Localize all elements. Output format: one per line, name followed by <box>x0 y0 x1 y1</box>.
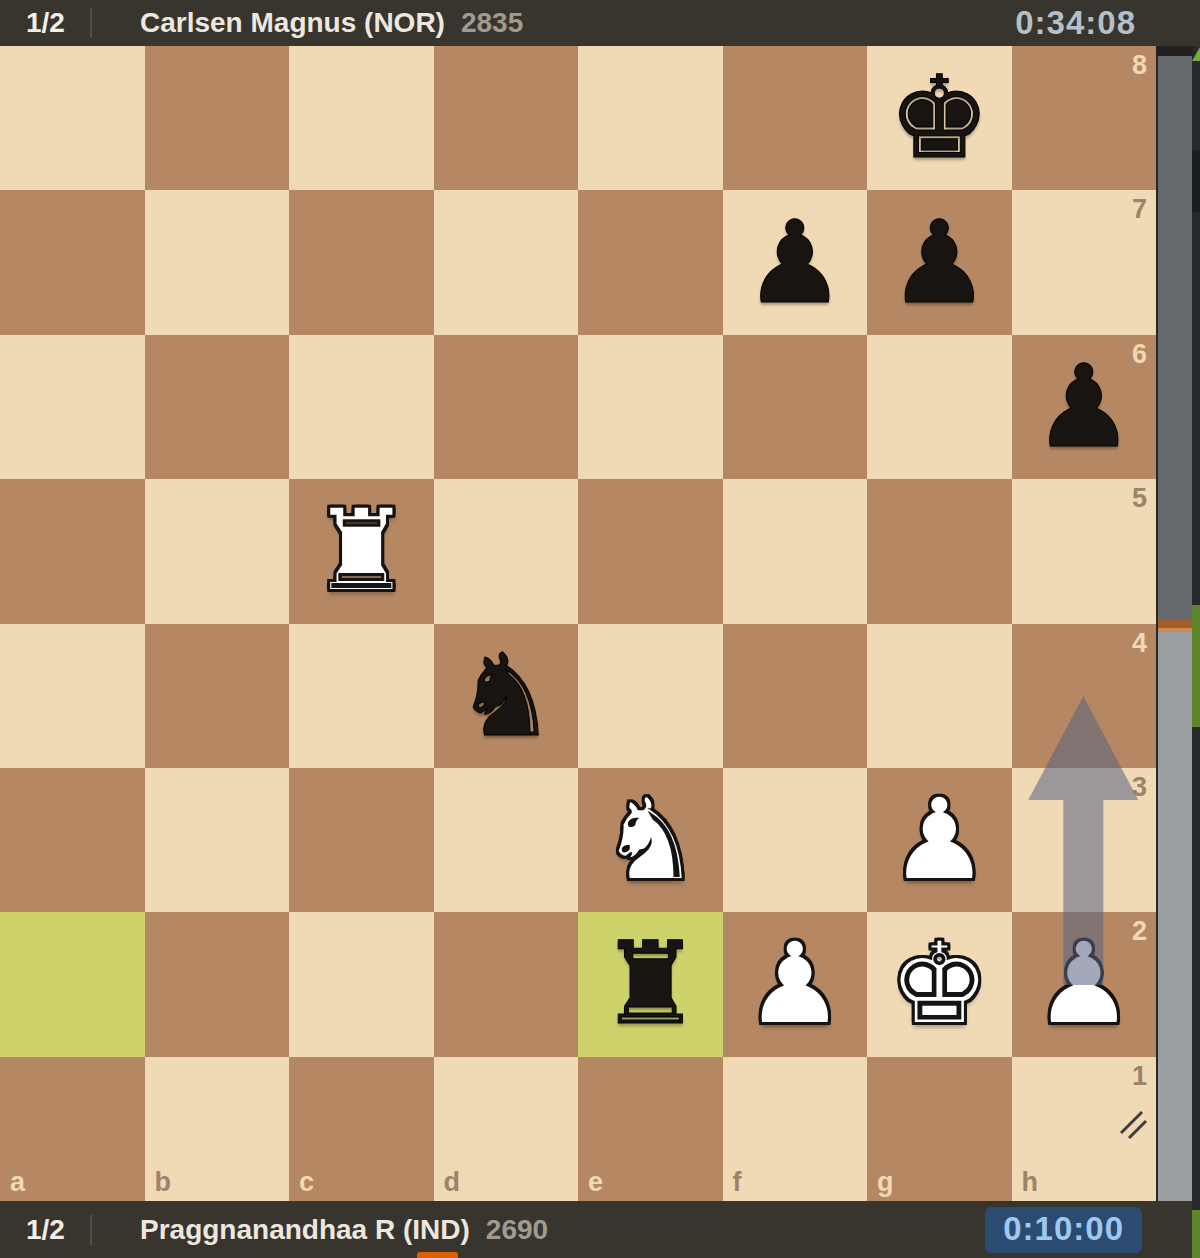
rank-label-1: 1 <box>1132 1063 1147 1090</box>
square-c2[interactable] <box>289 912 434 1056</box>
square-d1[interactable]: d <box>434 1057 579 1201</box>
file-label-g: g <box>877 1169 894 1196</box>
square-e5[interactable] <box>578 479 723 623</box>
board-grid: ♚8♟♟76♟♜5♞4♞♟3♜♟♚2♟abcdefg1h <box>0 46 1156 1201</box>
square-g4[interactable] <box>867 624 1012 768</box>
piece-black-pawn[interactable]: ♟ <box>1012 335 1157 479</box>
square-a7[interactable] <box>0 190 145 334</box>
square-f7[interactable]: ♟ <box>723 190 868 334</box>
piece-black-pawn[interactable]: ♟ <box>867 190 1012 334</box>
piece-white-knight[interactable]: ♞ <box>578 768 723 912</box>
piece-white-rook[interactable]: ♜ <box>289 479 434 623</box>
file-label-f: f <box>733 1169 742 1196</box>
piece-black-pawn[interactable]: ♟ <box>723 190 868 334</box>
square-e3[interactable]: ♞ <box>578 768 723 912</box>
square-e6[interactable] <box>578 335 723 479</box>
bottom-player-bar: 1/2 Praggnanandhaa R (IND) 2690 0:10:00 <box>0 1201 1200 1258</box>
square-g8[interactable]: ♚ <box>867 46 1012 190</box>
square-c3[interactable] <box>289 768 434 912</box>
square-b3[interactable] <box>145 768 290 912</box>
piece-black-rook[interactable]: ♜ <box>578 912 723 1056</box>
file-label-b: b <box>155 1169 172 1196</box>
square-c6[interactable] <box>289 335 434 479</box>
square-f4[interactable] <box>723 624 868 768</box>
scrollbar-thumb[interactable] <box>1192 150 1200 212</box>
square-a1[interactable]: a <box>0 1057 145 1201</box>
square-e8[interactable] <box>578 46 723 190</box>
square-f8[interactable] <box>723 46 868 190</box>
bottom-player-score: 1/2 <box>0 1214 90 1246</box>
progress-marker[interactable] <box>1158 620 1194 632</box>
square-f1[interactable]: f <box>723 1057 868 1201</box>
bar-divider <box>90 1215 92 1245</box>
square-b8[interactable] <box>145 46 290 190</box>
top-player-name: Carlsen Magnus (NOR) <box>140 7 445 39</box>
chess-board: ♚8♟♟76♟♜5♞4♞♟3♜♟♚2♟abcdefg1h <box>0 46 1156 1201</box>
square-a4[interactable] <box>0 624 145 768</box>
square-f6[interactable] <box>723 335 868 479</box>
corner-green-triangle-icon <box>1192 47 1200 61</box>
square-d5[interactable] <box>434 479 579 623</box>
active-tab-indicator <box>417 1252 458 1258</box>
square-d8[interactable] <box>434 46 579 190</box>
square-a8[interactable] <box>0 46 145 190</box>
square-h2[interactable]: 2♟ <box>1012 912 1157 1056</box>
top-player-score: 1/2 <box>0 7 90 39</box>
piece-black-king[interactable]: ♚ <box>867 46 1012 190</box>
square-b2[interactable] <box>145 912 290 1056</box>
square-a5[interactable] <box>0 479 145 623</box>
square-a6[interactable] <box>0 335 145 479</box>
square-b5[interactable] <box>145 479 290 623</box>
square-d4[interactable]: ♞ <box>434 624 579 768</box>
square-f5[interactable] <box>723 479 868 623</box>
file-label-d: d <box>444 1169 461 1196</box>
piece-white-pawn[interactable]: ♟ <box>1012 912 1157 1056</box>
rank-label-4: 4 <box>1132 630 1147 657</box>
side-panel-strip <box>1156 46 1194 1201</box>
file-label-e: e <box>588 1169 603 1196</box>
square-b4[interactable] <box>145 624 290 768</box>
bottom-player-name: Praggnanandhaa R (IND) <box>140 1214 470 1246</box>
square-b1[interactable]: b <box>145 1057 290 1201</box>
square-d2[interactable] <box>434 912 579 1056</box>
piece-white-king[interactable]: ♚ <box>867 912 1012 1056</box>
square-g7[interactable]: ♟ <box>867 190 1012 334</box>
right-edge-strip <box>1192 46 1200 1258</box>
square-g3[interactable]: ♟ <box>867 768 1012 912</box>
square-d3[interactable] <box>434 768 579 912</box>
rank-label-3: 3 <box>1132 774 1147 801</box>
square-c5[interactable]: ♜ <box>289 479 434 623</box>
square-h7[interactable]: 7 <box>1012 190 1157 334</box>
square-h3[interactable]: 3 <box>1012 768 1157 912</box>
square-g1[interactable]: g <box>867 1057 1012 1201</box>
bar-divider <box>90 8 92 38</box>
rank-label-5: 5 <box>1132 485 1147 512</box>
bottom-player-clock: 0:10:00 <box>985 1207 1142 1253</box>
square-h5[interactable]: 5 <box>1012 479 1157 623</box>
bottom-player-rating: 2690 <box>486 1214 548 1246</box>
piece-white-pawn[interactable]: ♟ <box>867 768 1012 912</box>
square-g5[interactable] <box>867 479 1012 623</box>
square-f3[interactable] <box>723 768 868 912</box>
file-label-a: a <box>10 1169 25 1196</box>
square-d7[interactable] <box>434 190 579 334</box>
top-player-clock: 0:34:08 <box>1015 4 1136 42</box>
edge-green-segment <box>1192 605 1200 727</box>
top-player-rating: 2835 <box>461 7 523 39</box>
corner-notch <box>1156 46 1193 56</box>
square-e7[interactable] <box>578 190 723 334</box>
square-b6[interactable] <box>145 335 290 479</box>
square-h8[interactable]: 8 <box>1012 46 1157 190</box>
piece-black-knight[interactable]: ♞ <box>434 624 579 768</box>
square-g2[interactable]: ♚ <box>867 912 1012 1056</box>
square-c8[interactable] <box>289 46 434 190</box>
square-h4[interactable]: 4 <box>1012 624 1157 768</box>
square-a2[interactable] <box>0 912 145 1056</box>
square-d6[interactable] <box>434 335 579 479</box>
gauge-upper-section <box>1158 46 1194 620</box>
square-f2[interactable]: ♟ <box>723 912 868 1056</box>
piece-white-pawn[interactable]: ♟ <box>723 912 868 1056</box>
square-c4[interactable] <box>289 624 434 768</box>
square-a3[interactable] <box>0 768 145 912</box>
square-e4[interactable] <box>578 624 723 768</box>
square-e2[interactable]: ♜ <box>578 912 723 1056</box>
file-label-h: h <box>1022 1169 1039 1196</box>
square-c7[interactable] <box>289 190 434 334</box>
square-e1[interactable]: e <box>578 1057 723 1201</box>
board-resize-handle[interactable] <box>1116 1109 1150 1141</box>
gauge-lower-section <box>1158 632 1194 1201</box>
rank-label-7: 7 <box>1132 196 1147 223</box>
edge-green-segment <box>1192 1210 1200 1258</box>
square-b7[interactable] <box>145 190 290 334</box>
top-player-bar: 1/2 Carlsen Magnus (NOR) 2835 0:34:08 <box>0 0 1200 46</box>
square-g6[interactable] <box>867 335 1012 479</box>
file-label-c: c <box>299 1169 314 1196</box>
square-c1[interactable]: c <box>289 1057 434 1201</box>
rank-label-8: 8 <box>1132 52 1147 79</box>
square-h6[interactable]: 6♟ <box>1012 335 1157 479</box>
